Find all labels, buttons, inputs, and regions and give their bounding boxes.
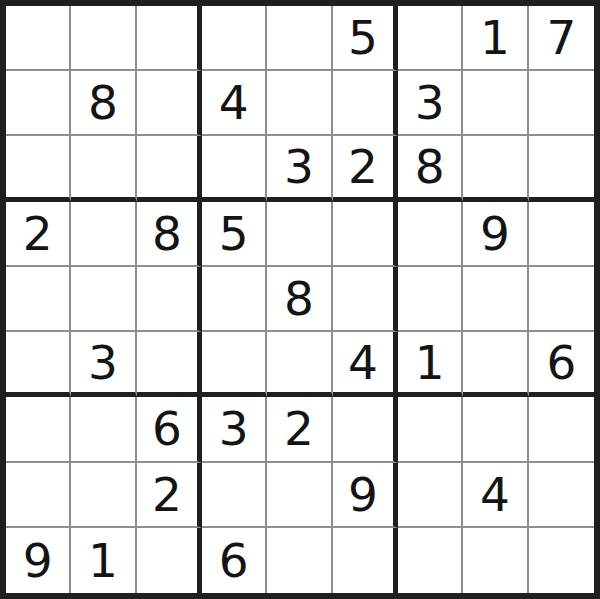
- sudoku-cell-r5c9[interactable]: [529, 267, 594, 332]
- sudoku-cell-r8c1[interactable]: [6, 463, 71, 528]
- sudoku-cell-r8c9[interactable]: [529, 463, 594, 528]
- sudoku-cell-r1c7[interactable]: [398, 6, 463, 71]
- given-digit: 1: [480, 14, 510, 61]
- sudoku-cell-r1c1[interactable]: [6, 6, 71, 71]
- sudoku-cell-r7c5[interactable]: 2: [267, 397, 332, 462]
- sudoku-cell-r7c7[interactable]: [398, 397, 463, 462]
- given-digit: 8: [415, 143, 445, 190]
- sudoku-cell-r2c3[interactable]: [137, 71, 202, 136]
- sudoku-cell-r1c4[interactable]: [202, 6, 267, 71]
- sudoku-cell-r3c8[interactable]: [463, 136, 528, 201]
- sudoku-cell-r7c6[interactable]: [333, 397, 398, 462]
- sudoku-cell-r6c1[interactable]: [6, 332, 71, 397]
- sudoku-cell-r5c4[interactable]: [202, 267, 267, 332]
- sudoku-cell-r7c9[interactable]: [529, 397, 594, 462]
- sudoku-cell-r9c8[interactable]: [463, 528, 528, 593]
- given-digit: 2: [23, 210, 53, 257]
- sudoku-cell-r7c2[interactable]: [71, 397, 136, 462]
- given-digit: 2: [152, 471, 182, 518]
- sudoku-cell-r8c5[interactable]: [267, 463, 332, 528]
- given-digit: 3: [219, 405, 249, 452]
- given-digit: 5: [348, 14, 378, 61]
- sudoku-cell-r2c9[interactable]: [529, 71, 594, 136]
- sudoku-cell-r8c7[interactable]: [398, 463, 463, 528]
- given-digit: 4: [480, 471, 510, 518]
- given-digit: 8: [88, 79, 118, 126]
- sudoku-cell-r2c8[interactable]: [463, 71, 528, 136]
- sudoku-cell-r4c1[interactable]: 2: [6, 202, 71, 267]
- sudoku-cell-r4c7[interactable]: [398, 202, 463, 267]
- sudoku-cell-r5c2[interactable]: [71, 267, 136, 332]
- sudoku-cell-r6c8[interactable]: [463, 332, 528, 397]
- sudoku-cell-r5c3[interactable]: [137, 267, 202, 332]
- sudoku-cell-r4c9[interactable]: [529, 202, 594, 267]
- sudoku-cell-r7c4[interactable]: 3: [202, 397, 267, 462]
- given-digit: 4: [219, 79, 249, 126]
- given-digit: 2: [284, 405, 314, 452]
- sudoku-cell-r9c5[interactable]: [267, 528, 332, 593]
- given-digit: 8: [152, 210, 182, 257]
- sudoku-cell-r2c6[interactable]: [333, 71, 398, 136]
- given-digit: 3: [88, 339, 118, 386]
- sudoku-board: 517843328285983416632294916: [0, 0, 600, 599]
- sudoku-cell-r4c5[interactable]: [267, 202, 332, 267]
- sudoku-cell-r3c4[interactable]: [202, 136, 267, 201]
- given-digit: 1: [415, 339, 445, 386]
- sudoku-cell-r9c6[interactable]: [333, 528, 398, 593]
- sudoku-cell-r9c1[interactable]: 9: [6, 528, 71, 593]
- sudoku-cell-r2c7[interactable]: 3: [398, 71, 463, 136]
- sudoku-cell-r4c6[interactable]: [333, 202, 398, 267]
- given-digit: 7: [546, 14, 576, 61]
- given-digit: 6: [546, 339, 576, 386]
- sudoku-cell-r8c2[interactable]: [71, 463, 136, 528]
- sudoku-cell-r1c2[interactable]: [71, 6, 136, 71]
- sudoku-cell-r6c6[interactable]: 4: [333, 332, 398, 397]
- sudoku-cell-r1c6[interactable]: 5: [333, 6, 398, 71]
- given-digit: 1: [88, 537, 118, 584]
- sudoku-cell-r9c7[interactable]: [398, 528, 463, 593]
- sudoku-cell-r3c6[interactable]: 2: [333, 136, 398, 201]
- sudoku-cell-r9c3[interactable]: [137, 528, 202, 593]
- sudoku-cell-r2c2[interactable]: 8: [71, 71, 136, 136]
- sudoku-cell-r5c7[interactable]: [398, 267, 463, 332]
- sudoku-cell-r8c6[interactable]: 9: [333, 463, 398, 528]
- given-digit: 4: [348, 339, 378, 386]
- sudoku-cell-r7c8[interactable]: [463, 397, 528, 462]
- sudoku-cell-r4c2[interactable]: [71, 202, 136, 267]
- sudoku-cell-r6c2[interactable]: 3: [71, 332, 136, 397]
- sudoku-cell-r4c3[interactable]: 8: [137, 202, 202, 267]
- sudoku-cell-r6c4[interactable]: [202, 332, 267, 397]
- sudoku-cell-r5c8[interactable]: [463, 267, 528, 332]
- given-digit: 3: [284, 143, 314, 190]
- sudoku-cell-r2c4[interactable]: 4: [202, 71, 267, 136]
- sudoku-cell-r3c3[interactable]: [137, 136, 202, 201]
- sudoku-cell-r4c8[interactable]: 9: [463, 202, 528, 267]
- sudoku-cell-r3c9[interactable]: [529, 136, 594, 201]
- sudoku-cell-r9c2[interactable]: 1: [71, 528, 136, 593]
- given-digit: 5: [219, 210, 249, 257]
- given-digit: 9: [348, 471, 378, 518]
- sudoku-cell-r2c1[interactable]: [6, 71, 71, 136]
- sudoku-cell-r5c5[interactable]: 8: [267, 267, 332, 332]
- sudoku-cell-r1c8[interactable]: 1: [463, 6, 528, 71]
- sudoku-cell-r4c4[interactable]: 5: [202, 202, 267, 267]
- sudoku-cell-r7c1[interactable]: [6, 397, 71, 462]
- sudoku-cell-r8c8[interactable]: 4: [463, 463, 528, 528]
- sudoku-cell-r9c4[interactable]: 6: [202, 528, 267, 593]
- sudoku-cell-r5c1[interactable]: [6, 267, 71, 332]
- sudoku-cell-r5c6[interactable]: [333, 267, 398, 332]
- sudoku-cell-r8c4[interactable]: [202, 463, 267, 528]
- sudoku-cell-r1c9[interactable]: 7: [529, 6, 594, 71]
- given-digit: 6: [152, 405, 182, 452]
- sudoku-cell-r3c5[interactable]: 3: [267, 136, 332, 201]
- given-digit: 3: [415, 79, 445, 126]
- sudoku-cell-r6c5[interactable]: [267, 332, 332, 397]
- sudoku-cell-r3c7[interactable]: 8: [398, 136, 463, 201]
- sudoku-cell-r3c2[interactable]: [71, 136, 136, 201]
- sudoku-cell-r1c3[interactable]: [137, 6, 202, 71]
- given-digit: 9: [480, 210, 510, 257]
- given-digit: 2: [348, 143, 378, 190]
- sudoku-cell-r6c9[interactable]: 6: [529, 332, 594, 397]
- sudoku-cell-r3c1[interactable]: [6, 136, 71, 201]
- sudoku-cell-r1c5[interactable]: [267, 6, 332, 71]
- sudoku-cell-r8c3[interactable]: 2: [137, 463, 202, 528]
- sudoku-cell-r2c5[interactable]: [267, 71, 332, 136]
- sudoku-cell-r9c9[interactable]: [529, 528, 594, 593]
- sudoku-cell-r7c3[interactable]: 6: [137, 397, 202, 462]
- sudoku-cell-r6c7[interactable]: 1: [398, 332, 463, 397]
- given-digit: 9: [23, 537, 53, 584]
- sudoku-cell-r6c3[interactable]: [137, 332, 202, 397]
- given-digit: 6: [219, 537, 249, 584]
- given-digit: 8: [284, 275, 314, 322]
